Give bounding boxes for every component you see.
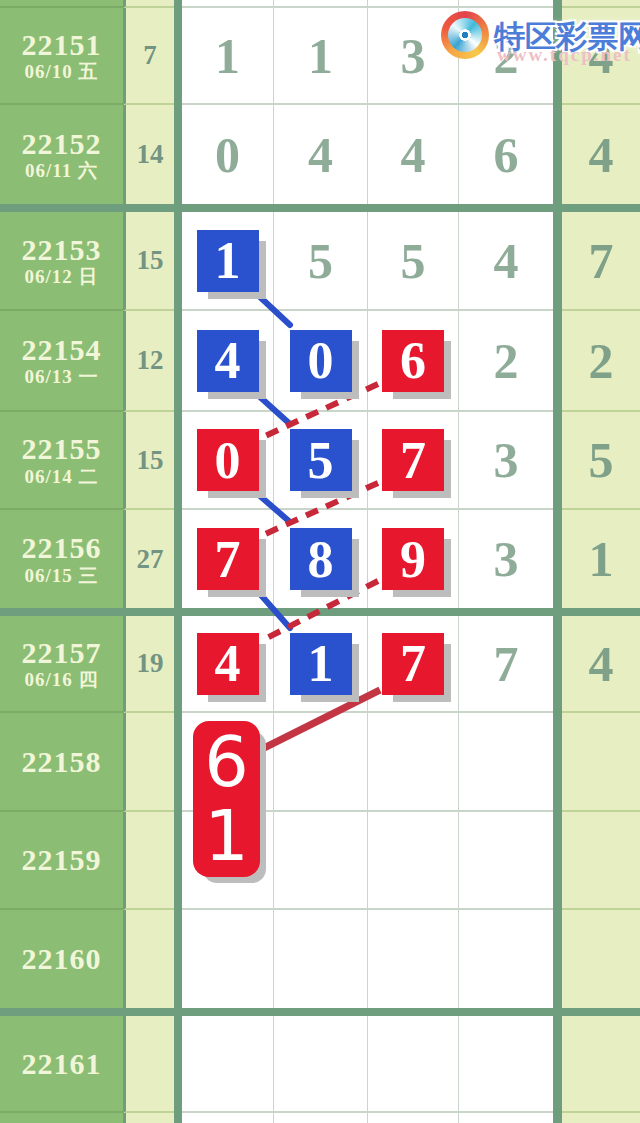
draw-number: 22156 (22, 532, 102, 564)
digit-cell-bottom-sliver-c4 (458, 1113, 553, 1123)
draw-cell-22151: 2215106/10 五 (0, 8, 123, 105)
plain-digit: 3 (401, 27, 426, 85)
plain-digit: 5 (308, 232, 333, 290)
digit-cell-22159-c4 (458, 812, 553, 910)
vertical-divider-left (174, 510, 182, 608)
digit-cell-22158-c3 (367, 713, 458, 812)
fifth-position-digit: 5 (589, 431, 614, 489)
vertical-divider-right (553, 510, 562, 608)
digit-cell-22155-c3: 7 (367, 412, 458, 510)
sum-cell-top-sliver (123, 0, 174, 8)
digit-cell-top-sliver-c3 (367, 0, 458, 8)
digit-cell-bottom-sliver-c2 (273, 1113, 367, 1123)
trend-chart-grid: 2215106/10 五7113242215206/11 六1404464221… (0, 0, 640, 1123)
lottery-trend-chart-page: 2215106/10 五7113242215206/11 六1404464221… (0, 0, 640, 1123)
draw-cell-22154: 2215406/13 一 (0, 311, 123, 412)
draw-cell-22152: 2215206/11 六 (0, 105, 123, 204)
digit-cell-22160-c4 (458, 910, 553, 1008)
draw-cell-22153: 2215306/12 日 (0, 212, 123, 311)
highlight-box-red: 7 (382, 633, 444, 695)
plain-digit: 3 (494, 530, 519, 588)
sum-cell-22155: 15 (123, 412, 174, 510)
plain-digit: 1 (308, 27, 333, 85)
highlight-box-red: 4 (197, 633, 259, 695)
draw-number: 22152 (22, 128, 102, 160)
draw-number: 22151 (22, 29, 102, 61)
right-digit-cell-22154: 2 (562, 311, 640, 412)
fifth-position-digit: 4 (589, 27, 614, 85)
digit-cell-22151-c3: 3 (367, 8, 458, 105)
draw-number: 22160 (22, 943, 102, 975)
vertical-divider-left (174, 311, 182, 412)
vertical-divider-right (553, 0, 562, 8)
sum-cell-22158 (123, 713, 174, 812)
big-red-prediction-box: 6 1 (193, 721, 260, 877)
sum-cell-22152: 14 (123, 105, 174, 204)
vertical-divider-left (174, 812, 182, 910)
vertical-divider-left (174, 105, 182, 204)
digit-cell-22157-c2: 1 (273, 616, 367, 713)
digit-cell-22155-c2: 5 (273, 412, 367, 510)
draw-number: 22157 (22, 637, 102, 669)
highlight-box-blue: 0 (290, 330, 352, 392)
right-digit-cell-22151: 4 (562, 8, 640, 105)
digit-cell-22151-c1: 1 (182, 8, 273, 105)
highlight-box-blue: 1 (197, 230, 259, 292)
vertical-divider-left (174, 616, 182, 713)
digit-cell-22160-c3 (367, 910, 458, 1008)
vertical-divider-right (553, 616, 562, 713)
digit-cell-22151-c4: 2 (458, 8, 553, 105)
digit-cell-bottom-sliver-c1 (182, 1113, 273, 1123)
plain-digit: 5 (401, 232, 426, 290)
right-digit-cell-22155: 5 (562, 412, 640, 510)
draw-date: 06/11 六 (25, 161, 98, 181)
draw-cell-top-sliver (0, 0, 123, 8)
highlight-box-red: 7 (197, 528, 259, 590)
vertical-divider-right (553, 8, 562, 105)
highlight-box-blue: 5 (290, 429, 352, 491)
plain-digit: 6 (494, 126, 519, 184)
draw-number: 22161 (22, 1048, 102, 1080)
right-digit-cell-22160 (562, 910, 640, 1008)
plain-digit: 0 (215, 126, 240, 184)
vertical-divider-left (174, 8, 182, 105)
big-box-digit-top: 6 (204, 725, 249, 799)
digit-cell-22158-c2 (273, 713, 367, 812)
digit-cell-bottom-sliver-c3 (367, 1113, 458, 1123)
fifth-position-digit: 7 (589, 232, 614, 290)
sum-value: 27 (137, 544, 164, 575)
draw-date: 06/15 三 (24, 566, 98, 586)
highlight-box-blue: 1 (290, 633, 352, 695)
digit-cell-22156-c2: 8 (273, 510, 367, 608)
digit-cell-22161-c4 (458, 1016, 553, 1113)
draw-date: 06/13 一 (24, 367, 98, 387)
digit-cell-22161-c3 (367, 1016, 458, 1113)
draw-cell-22161: 22161 (0, 1016, 123, 1113)
digit-cell-22161-c2 (273, 1016, 367, 1113)
digit-cell-22152-c3: 4 (367, 105, 458, 204)
plain-digit: 2 (494, 27, 519, 85)
vertical-divider-right (553, 910, 562, 1008)
digit-cell-22159-c3 (367, 812, 458, 910)
vertical-divider-right (553, 105, 562, 204)
digit-cell-22156-c1: 7 (182, 510, 273, 608)
draw-date: 06/12 日 (24, 267, 98, 287)
right-digit-cell-top-sliver (562, 0, 640, 8)
sum-cell-bottom-sliver (123, 1113, 174, 1123)
plain-digit: 4 (494, 232, 519, 290)
digit-cell-22157-c4: 7 (458, 616, 553, 713)
right-digit-cell-22153: 7 (562, 212, 640, 311)
highlight-box-red: 0 (197, 429, 259, 491)
digit-cell-top-sliver-c2 (273, 0, 367, 8)
draw-number: 22155 (22, 433, 102, 465)
fifth-position-digit: 2 (589, 332, 614, 390)
draw-number: 22159 (22, 844, 102, 876)
vertical-divider-right (553, 812, 562, 910)
right-digit-cell-bottom-sliver (562, 1113, 640, 1123)
digit-cell-22156-c3: 9 (367, 510, 458, 608)
draw-cell-bottom-sliver (0, 1113, 123, 1123)
digit-cell-22155-c1: 0 (182, 412, 273, 510)
digit-cell-top-sliver-c1 (182, 0, 273, 8)
vertical-divider-right (553, 212, 562, 311)
vertical-divider-left (174, 212, 182, 311)
plain-digit: 4 (401, 126, 426, 184)
vertical-divider-left (174, 910, 182, 1008)
vertical-divider-left (174, 412, 182, 510)
digit-cell-22155-c4: 3 (458, 412, 553, 510)
vertical-divider-left (174, 1016, 182, 1113)
digit-cell-22157-c1: 4 (182, 616, 273, 713)
thick-horizontal-divider (0, 204, 640, 212)
digit-cell-22151-c2: 1 (273, 8, 367, 105)
draw-number: 22158 (22, 746, 102, 778)
vertical-divider-left (174, 0, 182, 8)
digit-cell-22159-c2 (273, 812, 367, 910)
right-digit-cell-22157: 4 (562, 616, 640, 713)
vertical-divider-left (174, 1113, 182, 1123)
digit-cell-22156-c4: 3 (458, 510, 553, 608)
right-digit-cell-22156: 1 (562, 510, 640, 608)
draw-number: 22153 (22, 234, 102, 266)
big-box-digit-bottom: 1 (204, 799, 249, 873)
vertical-divider-right (553, 311, 562, 412)
right-digit-cell-22161 (562, 1016, 640, 1113)
draw-date: 06/16 四 (24, 670, 98, 690)
sum-value: 14 (137, 139, 164, 170)
sum-value: 7 (143, 40, 157, 71)
digit-cell-22158-c4 (458, 713, 553, 812)
digit-cell-22160-c2 (273, 910, 367, 1008)
draw-number: 22154 (22, 334, 102, 366)
draw-date: 06/10 五 (24, 62, 98, 82)
sum-cell-22154: 12 (123, 311, 174, 412)
thick-horizontal-divider (0, 1008, 640, 1016)
highlight-box-blue: 8 (290, 528, 352, 590)
sum-value: 15 (137, 445, 164, 476)
plain-digit: 2 (494, 332, 519, 390)
digit-cell-22161-c1 (182, 1016, 273, 1113)
vertical-divider-right (553, 412, 562, 510)
sum-cell-22156: 27 (123, 510, 174, 608)
sum-cell-22157: 19 (123, 616, 174, 713)
draw-date: 06/14 二 (24, 467, 98, 487)
sum-cell-22160 (123, 910, 174, 1008)
thick-horizontal-divider (0, 608, 640, 616)
digit-cell-22154-c1: 4 (182, 311, 273, 412)
plain-digit: 3 (494, 431, 519, 489)
digit-cell-22154-c3: 6 (367, 311, 458, 412)
vertical-divider-right (553, 1016, 562, 1113)
digit-cell-22152-c2: 4 (273, 105, 367, 204)
vertical-divider-right (553, 1113, 562, 1123)
fifth-position-digit: 1 (589, 530, 614, 588)
sum-value: 12 (137, 345, 164, 376)
sum-cell-22159 (123, 812, 174, 910)
highlight-box-red: 7 (382, 429, 444, 491)
sum-cell-22153: 15 (123, 212, 174, 311)
vertical-divider-left (174, 713, 182, 812)
draw-cell-22156: 2215606/15 三 (0, 510, 123, 608)
plain-digit: 1 (215, 27, 240, 85)
vertical-divider-right (553, 713, 562, 812)
highlight-box-red: 6 (382, 330, 444, 392)
draw-cell-22160: 22160 (0, 910, 123, 1008)
digit-cell-top-sliver-c4 (458, 0, 553, 8)
draw-cell-22155: 2215506/14 二 (0, 412, 123, 510)
highlight-box-blue: 4 (197, 330, 259, 392)
draw-cell-22159: 22159 (0, 812, 123, 910)
digit-cell-22157-c3: 7 (367, 616, 458, 713)
digit-cell-22153-c3: 5 (367, 212, 458, 311)
digit-cell-22152-c4: 6 (458, 105, 553, 204)
draw-cell-22158: 22158 (0, 713, 123, 812)
draw-cell-22157: 2215706/16 四 (0, 616, 123, 713)
digit-cell-22160-c1 (182, 910, 273, 1008)
sum-value: 15 (137, 245, 164, 276)
right-digit-cell-22152: 4 (562, 105, 640, 204)
right-digit-cell-22158 (562, 713, 640, 812)
sum-cell-22151: 7 (123, 8, 174, 105)
digit-cell-22153-c2: 5 (273, 212, 367, 311)
plain-digit: 4 (308, 126, 333, 184)
digit-cell-22154-c4: 2 (458, 311, 553, 412)
digit-cell-22153-c1: 1 (182, 212, 273, 311)
fifth-position-digit: 4 (589, 635, 614, 693)
digit-cell-22154-c2: 0 (273, 311, 367, 412)
digit-cell-22152-c1: 0 (182, 105, 273, 204)
plain-digit: 7 (494, 635, 519, 693)
sum-cell-22161 (123, 1016, 174, 1113)
right-digit-cell-22159 (562, 812, 640, 910)
highlight-box-red: 9 (382, 528, 444, 590)
fifth-position-digit: 4 (589, 126, 614, 184)
digit-cell-22153-c4: 4 (458, 212, 553, 311)
sum-value: 19 (137, 648, 164, 679)
